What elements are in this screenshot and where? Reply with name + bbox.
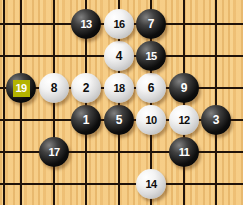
stone-number: 2 xyxy=(83,82,90,94)
grid-line-h-4 xyxy=(0,151,243,153)
stone-black-3: 3 xyxy=(201,105,231,135)
stone-number: 19 xyxy=(15,83,26,94)
stone-black-19: 19 xyxy=(6,73,36,103)
stone-number: 4 xyxy=(116,50,123,62)
stone-number: 5 xyxy=(116,114,123,126)
stone-number: 3 xyxy=(213,114,220,126)
stone-number: 6 xyxy=(148,82,155,94)
stone-black-1: 1 xyxy=(71,105,101,135)
stone-white-10: 10 xyxy=(136,105,166,135)
stone-number: 7 xyxy=(148,18,155,30)
grid-line-h-5 xyxy=(0,183,243,185)
stone-number: 12 xyxy=(178,115,189,126)
stone-black-15: 15 xyxy=(136,41,166,71)
stone-number: 17 xyxy=(48,147,59,158)
stone-black-7: 7 xyxy=(136,9,166,39)
stone-number: 16 xyxy=(113,19,124,30)
stone-white-18: 18 xyxy=(104,73,134,103)
stone-white-6: 6 xyxy=(136,73,166,103)
stone-number: 14 xyxy=(145,179,156,190)
stone-number: 8 xyxy=(51,82,58,94)
grid-line-v-6 xyxy=(215,0,217,205)
stone-number: 11 xyxy=(179,147,190,158)
stone-black-13: 13 xyxy=(71,9,101,39)
stone-white-4: 4 xyxy=(104,41,134,71)
stone-black-5: 5 xyxy=(104,105,134,135)
stone-white-16: 16 xyxy=(104,9,134,39)
stone-white-12: 12 xyxy=(169,105,199,135)
stone-number: 18 xyxy=(113,83,124,94)
stone-black-9: 9 xyxy=(169,73,199,103)
stone-number: 13 xyxy=(80,19,91,30)
stone-black-11: 11 xyxy=(169,137,199,167)
stone-number: 1 xyxy=(83,114,90,126)
stone-white-14: 14 xyxy=(136,169,166,199)
board-left-edge-line xyxy=(3,0,5,205)
last-move-highlight: 19 xyxy=(13,80,30,97)
stone-number: 15 xyxy=(145,51,156,62)
stone-white-2: 2 xyxy=(71,73,101,103)
stone-black-17: 17 xyxy=(39,137,69,167)
stone-number: 9 xyxy=(181,82,188,94)
stone-number: 10 xyxy=(145,115,156,126)
stone-white-8: 8 xyxy=(39,73,69,103)
go-board[interactable]: 12345678910111213141516171819 xyxy=(0,0,243,205)
